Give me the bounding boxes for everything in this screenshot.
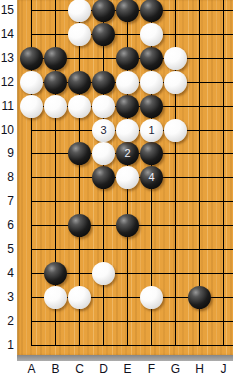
row-label-8: 8 (0, 170, 14, 185)
grid-hline-2 (31, 321, 233, 322)
stone-white-E12[interactable] (116, 71, 139, 94)
stone-black-F15[interactable] (140, 0, 163, 22)
row-label-4: 4 (0, 266, 14, 281)
stone-black-A13[interactable] (20, 47, 43, 70)
stone-black-H3[interactable] (188, 286, 211, 309)
stone-white-E8[interactable] (116, 166, 139, 189)
stone-black-C9[interactable] (68, 142, 91, 165)
stone-white-D10[interactable]: 3 (92, 119, 115, 142)
stone-white-C3[interactable] (68, 286, 91, 309)
stone-black-D15[interactable] (92, 0, 115, 22)
row-label-15: 15 (0, 3, 14, 18)
move-number-label: 4 (148, 172, 154, 183)
stone-black-E13[interactable] (116, 47, 139, 70)
stone-white-G12[interactable] (164, 71, 187, 94)
column-label-D: D (94, 362, 114, 377)
go-board[interactable]: 2431 (17, 0, 233, 355)
grid-hline-5 (31, 249, 233, 250)
go-board-diagram: 2431 151413121110987654321 ABCDEFGHJ (0, 0, 233, 380)
stone-white-F3[interactable] (140, 286, 163, 309)
stone-black-D14[interactable] (92, 23, 115, 46)
board-bottom-shadow (17, 355, 233, 361)
column-label-H: H (190, 362, 210, 377)
row-label-2: 2 (0, 314, 14, 329)
stone-white-G10[interactable] (164, 119, 187, 142)
stone-white-A12[interactable] (20, 71, 43, 94)
stone-black-B4[interactable] (44, 262, 67, 285)
column-label-G: G (166, 362, 186, 377)
row-label-10: 10 (0, 123, 14, 138)
stone-black-F8[interactable]: 4 (140, 166, 163, 189)
row-label-9: 9 (0, 146, 14, 161)
stone-black-E15[interactable] (116, 0, 139, 22)
stone-white-F14[interactable] (140, 23, 163, 46)
stone-white-B3[interactable] (44, 286, 67, 309)
stone-white-C15[interactable] (68, 0, 91, 22)
row-label-6: 6 (0, 218, 14, 233)
stone-white-C11[interactable] (68, 95, 91, 118)
column-label-B: B (46, 362, 66, 377)
stone-black-C6[interactable] (68, 214, 91, 237)
row-label-5: 5 (0, 242, 14, 257)
stone-white-D11[interactable] (92, 95, 115, 118)
stone-black-B13[interactable] (44, 47, 67, 70)
row-label-12: 12 (0, 75, 14, 90)
row-label-3: 3 (0, 290, 14, 305)
grid-hline-7 (31, 201, 233, 202)
stone-white-B11[interactable] (44, 95, 67, 118)
stone-white-C14[interactable] (68, 23, 91, 46)
move-number-label: 1 (148, 125, 154, 136)
stone-black-E6[interactable] (116, 214, 139, 237)
stone-white-D4[interactable] (92, 262, 115, 285)
stone-black-B12[interactable] (44, 71, 67, 94)
stone-black-F9[interactable] (140, 142, 163, 165)
stone-black-F11[interactable] (140, 95, 163, 118)
move-number-label: 3 (100, 125, 106, 136)
column-label-E: E (118, 362, 138, 377)
column-label-A: A (22, 362, 42, 377)
stone-black-E11[interactable] (116, 95, 139, 118)
stone-black-D12[interactable] (92, 71, 115, 94)
column-label-F: F (142, 362, 162, 377)
stone-white-G13[interactable] (164, 47, 187, 70)
column-label-C: C (70, 362, 90, 377)
stone-black-D8[interactable] (92, 166, 115, 189)
stone-black-F13[interactable] (140, 47, 163, 70)
column-label-J: J (214, 362, 234, 377)
stone-black-E9[interactable]: 2 (116, 142, 139, 165)
move-number-label: 2 (124, 148, 130, 159)
grid-hline-14 (31, 34, 233, 35)
row-label-1: 1 (0, 338, 14, 353)
grid-vline-J (223, 0, 224, 346)
stone-white-D9[interactable] (92, 142, 115, 165)
stone-white-F12[interactable] (140, 71, 163, 94)
row-label-7: 7 (0, 194, 14, 209)
row-label-11: 11 (0, 99, 14, 114)
stone-white-F10[interactable]: 1 (140, 119, 163, 142)
stone-white-E10[interactable] (116, 119, 139, 142)
row-label-13: 13 (0, 51, 14, 66)
stone-black-C12[interactable] (68, 71, 91, 94)
row-label-14: 14 (0, 27, 14, 42)
grid-hline-1 (31, 345, 233, 346)
stone-white-A11[interactable] (20, 95, 43, 118)
